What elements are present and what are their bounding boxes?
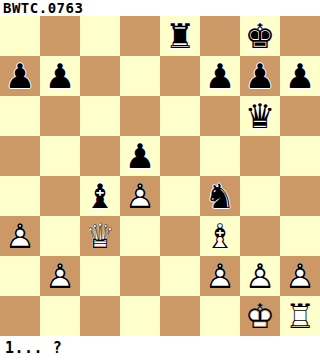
black-pawn-piece: ♟	[120, 136, 160, 176]
black-rook-piece: ♜	[160, 16, 200, 56]
square-g1[interactable]: ♚♔	[240, 296, 280, 336]
black-queen-piece: ♛	[240, 96, 280, 136]
black-knight-piece: ♞	[200, 176, 240, 216]
square-d7[interactable]	[120, 56, 160, 96]
square-e1[interactable]	[160, 296, 200, 336]
square-b4[interactable]	[40, 176, 80, 216]
chess-board: ♜♚♟♟♟♟♟♛♟♝♟♙♞♟♙♛♕♝♗♟♙♟♙♟♙♟♙♚♔♜♖	[0, 16, 320, 336]
square-f1[interactable]	[200, 296, 240, 336]
square-h5[interactable]	[280, 136, 320, 176]
square-g7[interactable]: ♟	[240, 56, 280, 96]
move-prompt: 1... ?	[0, 336, 320, 360]
square-a5[interactable]	[0, 136, 40, 176]
square-g2[interactable]: ♟♙	[240, 256, 280, 296]
square-b1[interactable]	[40, 296, 80, 336]
square-e2[interactable]	[160, 256, 200, 296]
white-pawn-piece: ♟♙	[280, 256, 320, 296]
square-b8[interactable]	[40, 16, 80, 56]
square-f4[interactable]: ♞	[200, 176, 240, 216]
white-bishop-piece: ♝♗	[200, 216, 240, 256]
square-a3[interactable]: ♟♙	[0, 216, 40, 256]
square-c8[interactable]	[80, 16, 120, 56]
square-d3[interactable]	[120, 216, 160, 256]
square-c2[interactable]	[80, 256, 120, 296]
black-pawn-piece: ♟	[280, 56, 320, 96]
square-b2[interactable]: ♟♙	[40, 256, 80, 296]
square-d5[interactable]: ♟	[120, 136, 160, 176]
white-pawn-piece: ♟♙	[240, 256, 280, 296]
black-pawn-piece: ♟	[240, 56, 280, 96]
square-f7[interactable]: ♟	[200, 56, 240, 96]
square-c3[interactable]: ♛♕	[80, 216, 120, 256]
square-f8[interactable]	[200, 16, 240, 56]
square-b5[interactable]	[40, 136, 80, 176]
square-e4[interactable]	[160, 176, 200, 216]
square-c7[interactable]	[80, 56, 120, 96]
square-a8[interactable]	[0, 16, 40, 56]
square-a1[interactable]	[0, 296, 40, 336]
square-c6[interactable]	[80, 96, 120, 136]
square-c1[interactable]	[80, 296, 120, 336]
white-queen-piece: ♛♕	[80, 216, 120, 256]
square-g4[interactable]	[240, 176, 280, 216]
square-b6[interactable]	[40, 96, 80, 136]
square-f2[interactable]: ♟♙	[200, 256, 240, 296]
square-e5[interactable]	[160, 136, 200, 176]
square-h6[interactable]	[280, 96, 320, 136]
square-h7[interactable]: ♟	[280, 56, 320, 96]
black-pawn-piece: ♟	[200, 56, 240, 96]
square-a4[interactable]	[0, 176, 40, 216]
square-b3[interactable]	[40, 216, 80, 256]
square-g3[interactable]	[240, 216, 280, 256]
white-king-piece: ♚♔	[240, 296, 280, 336]
square-a7[interactable]: ♟	[0, 56, 40, 96]
square-f3[interactable]: ♝♗	[200, 216, 240, 256]
black-king-piece: ♚	[240, 16, 280, 56]
white-rook-piece: ♜♖	[280, 296, 320, 336]
black-pawn-piece: ♟	[0, 56, 40, 96]
black-bishop-piece: ♝	[80, 176, 120, 216]
square-d4[interactable]: ♟♙	[120, 176, 160, 216]
square-a6[interactable]	[0, 96, 40, 136]
square-f5[interactable]	[200, 136, 240, 176]
white-pawn-piece: ♟♙	[120, 176, 160, 216]
square-d1[interactable]	[120, 296, 160, 336]
square-h1[interactable]: ♜♖	[280, 296, 320, 336]
square-g8[interactable]: ♚	[240, 16, 280, 56]
white-pawn-piece: ♟♙	[0, 216, 40, 256]
square-g6[interactable]: ♛	[240, 96, 280, 136]
square-h4[interactable]	[280, 176, 320, 216]
square-e3[interactable]	[160, 216, 200, 256]
square-d8[interactable]	[120, 16, 160, 56]
square-d2[interactable]	[120, 256, 160, 296]
white-pawn-piece: ♟♙	[40, 256, 80, 296]
square-h8[interactable]	[280, 16, 320, 56]
square-e6[interactable]	[160, 96, 200, 136]
square-h2[interactable]: ♟♙	[280, 256, 320, 296]
square-f6[interactable]	[200, 96, 240, 136]
puzzle-id-title: BWTC.0763	[0, 0, 320, 16]
square-c5[interactable]	[80, 136, 120, 176]
square-a2[interactable]	[0, 256, 40, 296]
square-g5[interactable]	[240, 136, 280, 176]
square-h3[interactable]	[280, 216, 320, 256]
white-pawn-piece: ♟♙	[200, 256, 240, 296]
square-b7[interactable]: ♟	[40, 56, 80, 96]
square-e7[interactable]	[160, 56, 200, 96]
square-e8[interactable]: ♜	[160, 16, 200, 56]
chess-puzzle-window: BWTC.0763 ♜♚♟♟♟♟♟♛♟♝♟♙♞♟♙♛♕♝♗♟♙♟♙♟♙♟♙♚♔♜…	[0, 0, 320, 360]
black-pawn-piece: ♟	[40, 56, 80, 96]
square-d6[interactable]	[120, 96, 160, 136]
square-c4[interactable]: ♝	[80, 176, 120, 216]
